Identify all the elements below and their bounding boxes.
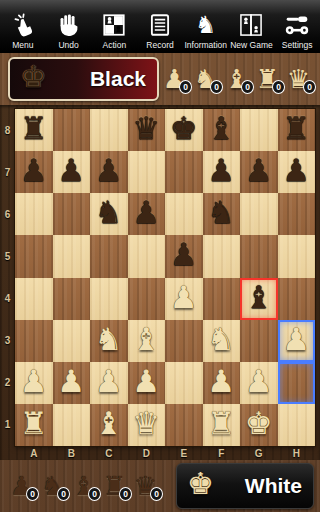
white-player-bar: ♟0♞0♝0♜0♛0 ♚ White	[0, 460, 320, 512]
new-game-label: New Game	[230, 40, 273, 50]
square-e3[interactable]	[165, 320, 203, 362]
square-d7[interactable]	[128, 151, 166, 193]
piece-black-pawn: ♟	[57, 155, 85, 186]
action-label: Action	[102, 40, 126, 50]
square-d6[interactable]: ♟	[128, 193, 166, 235]
piece-black-pawn: ♟	[207, 155, 235, 186]
action-board-icon	[101, 10, 127, 40]
square-g5[interactable]	[240, 235, 278, 277]
square-a3[interactable]	[15, 320, 53, 362]
piece-white-pawn: ♟	[20, 366, 48, 397]
square-c7[interactable]: ♟	[90, 151, 128, 193]
new-game-boards-icon	[238, 10, 264, 40]
record-sheet-icon	[147, 10, 173, 40]
white-player-label: White	[245, 474, 313, 498]
undo-hand-icon	[56, 10, 82, 40]
piece-black-rook: ♜	[282, 113, 310, 144]
captured-black-pawn: ♟0	[6, 471, 37, 501]
square-g8[interactable]	[240, 109, 278, 151]
square-e4[interactable]: ♟	[165, 278, 203, 320]
rank-label-3: 3	[0, 320, 15, 362]
square-a6[interactable]	[15, 193, 53, 235]
piece-black-bishop: ♝	[245, 282, 273, 313]
black-player-label: Black	[90, 67, 157, 91]
rank-label-6: 6	[0, 193, 15, 235]
square-f5[interactable]	[203, 235, 241, 277]
piece-white-knight: ♞	[207, 324, 235, 355]
square-c1[interactable]: ♝	[90, 404, 128, 446]
settings-label: Settings	[282, 40, 313, 50]
chess-board-frame: 87654321 ♜♛♚♝♜♟♟♟♟♟♟♞♟♞♟♟♝♞♝♞♟♟♟♟♟♟♟♜♝♛♜…	[0, 105, 320, 460]
white-player-plaque: ♚ White	[176, 463, 314, 509]
square-b4[interactable]	[53, 278, 91, 320]
piece-white-pawn: ♟	[132, 366, 160, 397]
piece-black-knight: ♞	[207, 197, 235, 228]
rank-label-1: 1	[0, 404, 15, 446]
square-f1[interactable]: ♜	[203, 404, 241, 446]
square-g1[interactable]: ♚	[240, 404, 278, 446]
captured-black-bishop: ♝0	[68, 471, 99, 501]
square-e2[interactable]	[165, 362, 203, 404]
file-label-d: D	[128, 446, 166, 460]
square-c5[interactable]	[90, 235, 128, 277]
piece-black-pawn: ♟	[245, 155, 273, 186]
square-h4[interactable]	[278, 278, 316, 320]
file-label-f: F	[203, 446, 241, 460]
square-h1[interactable]	[278, 404, 316, 446]
piece-white-pawn: ♟	[207, 366, 235, 397]
square-h2[interactable]	[278, 362, 316, 404]
square-c4[interactable]	[90, 278, 128, 320]
undo-label: Undo	[58, 40, 78, 50]
rank-label-7: 7	[0, 151, 15, 193]
square-a7[interactable]: ♟	[15, 151, 53, 193]
square-h8[interactable]: ♜	[278, 109, 316, 151]
piece-black-pawn: ♟	[95, 155, 123, 186]
piece-white-bishop: ♝	[95, 408, 123, 439]
action-button[interactable]: Action	[91, 0, 137, 52]
captured-count-badge: 0	[150, 487, 163, 501]
square-g3[interactable]	[240, 320, 278, 362]
knight-info-icon: ♞	[195, 10, 217, 40]
square-a8[interactable]: ♜	[15, 109, 53, 151]
rank-label-8: 8	[0, 109, 15, 151]
file-label-b: B	[53, 446, 91, 460]
square-c3[interactable]: ♞	[90, 320, 128, 362]
piece-white-queen: ♛	[132, 408, 160, 439]
chess-board: ♜♛♚♝♜♟♟♟♟♟♟♞♟♞♟♟♝♞♝♞♟♟♟♟♟♟♟♜♝♛♜♚	[15, 109, 315, 446]
captured-white-bishop: ♝0	[221, 64, 252, 94]
record-button[interactable]: Record	[137, 0, 183, 52]
settings-button[interactable]: Settings	[274, 0, 320, 52]
rank-label-2: 2	[0, 362, 15, 404]
square-c2[interactable]: ♟	[90, 362, 128, 404]
toolbar: Menu Undo Action	[0, 0, 320, 53]
piece-white-pawn: ♟	[57, 366, 85, 397]
file-label-e: E	[165, 446, 203, 460]
piece-white-knight: ♞	[95, 324, 123, 355]
square-d1[interactable]: ♛	[128, 404, 166, 446]
information-button[interactable]: ♞ Information	[183, 0, 229, 52]
undo-button[interactable]: Undo	[46, 0, 92, 52]
piece-white-bishop: ♝	[132, 324, 160, 355]
square-d2[interactable]: ♟	[128, 362, 166, 404]
captured-count-badge: 0	[303, 80, 316, 94]
square-d5[interactable]	[128, 235, 166, 277]
square-e1[interactable]	[165, 404, 203, 446]
square-g2[interactable]: ♟	[240, 362, 278, 404]
black-king-icon: ♚	[20, 62, 47, 92]
captured-black-knight: ♞0	[37, 471, 68, 501]
captured-black-queen: ♛0	[130, 471, 161, 501]
piece-black-rook: ♜	[20, 113, 48, 144]
piece-black-queen: ♛	[132, 113, 160, 144]
square-a5[interactable]	[15, 235, 53, 277]
black-player-bar: ♚ Black ♟0♞0♝0♜0♛0	[0, 53, 320, 105]
captured-white-rook: ♜0	[252, 64, 283, 94]
square-b5[interactable]	[53, 235, 91, 277]
square-g7[interactable]: ♟	[240, 151, 278, 193]
piece-white-rook: ♜	[207, 408, 235, 439]
square-a1[interactable]: ♜	[15, 404, 53, 446]
square-g6[interactable]	[240, 193, 278, 235]
piece-black-knight: ♞	[95, 197, 123, 228]
white-king-icon: ♚	[187, 469, 214, 499]
piece-black-bishop: ♝	[207, 113, 235, 144]
file-labels: ABCDEFGH	[15, 446, 315, 460]
menu-label: Menu	[12, 40, 33, 50]
black-captured-tray: ♟0♞0♝0♜0♛0	[159, 64, 316, 94]
square-h3[interactable]: ♟	[278, 320, 316, 362]
black-player-plaque: ♚ Black	[8, 57, 159, 101]
new-game-button[interactable]: New Game	[229, 0, 275, 52]
square-f7[interactable]: ♟	[203, 151, 241, 193]
square-g4[interactable]: ♝	[240, 278, 278, 320]
captured-white-knight: ♞0	[190, 64, 221, 94]
piece-white-pawn: ♟	[245, 366, 273, 397]
square-f2[interactable]: ♟	[203, 362, 241, 404]
square-d4[interactable]	[128, 278, 166, 320]
piece-black-pawn: ♟	[20, 155, 48, 186]
piece-white-rook: ♜	[20, 408, 48, 439]
square-h5[interactable]	[278, 235, 316, 277]
board-frame-corner	[0, 446, 15, 460]
rank-label-5: 5	[0, 235, 15, 277]
piece-white-pawn: ♟	[170, 282, 198, 313]
menu-button[interactable]: Menu	[0, 0, 46, 52]
piece-black-king: ♚	[170, 113, 198, 144]
file-label-h: H	[278, 446, 316, 460]
file-label-g: G	[240, 446, 278, 460]
square-e7[interactable]	[165, 151, 203, 193]
file-label-a: A	[15, 446, 53, 460]
piece-black-pawn: ♟	[282, 155, 310, 186]
piece-black-pawn: ♟	[132, 197, 160, 228]
piece-white-pawn: ♟	[95, 366, 123, 397]
white-captured-tray: ♟0♞0♝0♜0♛0	[6, 471, 163, 501]
captured-white-queen: ♛0	[283, 64, 314, 94]
square-f4[interactable]	[203, 278, 241, 320]
information-label: Information	[184, 40, 227, 50]
square-e5[interactable]: ♟	[165, 235, 203, 277]
square-h7[interactable]: ♟	[278, 151, 316, 193]
square-a2[interactable]: ♟	[15, 362, 53, 404]
rank-labels: 87654321	[0, 109, 15, 446]
square-c6[interactable]: ♞	[90, 193, 128, 235]
file-label-c: C	[90, 446, 128, 460]
square-c8[interactable]	[90, 109, 128, 151]
piece-black-pawn: ♟	[170, 239, 198, 270]
captured-black-rook: ♜0	[99, 471, 130, 501]
square-d8[interactable]: ♛	[128, 109, 166, 151]
tap-hand-icon	[10, 10, 36, 40]
square-f6[interactable]: ♞	[203, 193, 241, 235]
square-e6[interactable]	[165, 193, 203, 235]
rank-label-4: 4	[0, 278, 15, 320]
square-h6[interactable]	[278, 193, 316, 235]
captured-white-pawn: ♟0	[159, 64, 190, 94]
square-d3[interactable]: ♝	[128, 320, 166, 362]
square-b1[interactable]	[53, 404, 91, 446]
square-b3[interactable]	[53, 320, 91, 362]
tools-icon	[284, 10, 310, 40]
piece-white-pawn: ♟	[282, 324, 310, 355]
square-f3[interactable]: ♞	[203, 320, 241, 362]
square-b2[interactable]: ♟	[53, 362, 91, 404]
square-b6[interactable]	[53, 193, 91, 235]
square-a4[interactable]	[15, 278, 53, 320]
square-e8[interactable]: ♚	[165, 109, 203, 151]
piece-white-king: ♚	[245, 408, 273, 439]
square-f8[interactable]: ♝	[203, 109, 241, 151]
record-label: Record	[146, 40, 173, 50]
square-b8[interactable]	[53, 109, 91, 151]
square-b7[interactable]: ♟	[53, 151, 91, 193]
